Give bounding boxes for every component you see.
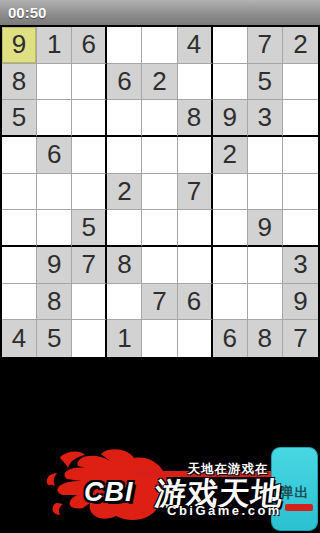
cell-r1c8[interactable]: 7 (248, 27, 283, 64)
cell-r7c8[interactable] (248, 247, 283, 284)
status-bar: 00:50 (0, 0, 320, 25)
cell-r7c6[interactable] (178, 247, 213, 284)
cell-r7c9[interactable]: 3 (283, 247, 318, 284)
timer-text: 00:50 (8, 4, 46, 21)
cell-r6c6[interactable] (178, 210, 213, 247)
cell-r9c7[interactable]: 6 (213, 320, 248, 357)
cell-r3c6[interactable]: 8 (178, 100, 213, 137)
cell-r8c6[interactable]: 6 (178, 284, 213, 321)
cell-r4c9[interactable] (283, 137, 318, 174)
ad-url: CbiGame.com (167, 503, 282, 518)
cell-r1c3[interactable]: 6 (72, 27, 107, 64)
cell-r7c4[interactable]: 8 (107, 247, 142, 284)
cell-r1c4[interactable] (107, 27, 142, 64)
cell-r1c2[interactable]: 1 (37, 27, 72, 64)
cell-r6c7[interactable] (213, 210, 248, 247)
cell-r8c8[interactable] (248, 284, 283, 321)
cell-r5c4[interactable]: 2 (107, 174, 142, 211)
cell-r4c3[interactable] (72, 137, 107, 174)
sudoku-board: 9164728625589362275997838769451687 (0, 25, 320, 359)
cell-r9c6[interactable] (178, 320, 213, 357)
cell-r3c1[interactable]: 5 (2, 100, 37, 137)
cell-r9c4[interactable]: 1 (107, 320, 142, 357)
cell-r7c1[interactable] (2, 247, 37, 284)
cell-r5c3[interactable] (72, 174, 107, 211)
cell-r8c2[interactable]: 8 (37, 284, 72, 321)
cell-r1c5[interactable] (142, 27, 177, 64)
cell-r9c3[interactable] (72, 320, 107, 357)
cell-r2c5[interactable]: 2 (142, 64, 177, 101)
cell-r7c2[interactable]: 9 (37, 247, 72, 284)
cell-r3c7[interactable]: 9 (213, 100, 248, 137)
cell-r9c2[interactable]: 5 (37, 320, 72, 357)
cell-r2c8[interactable]: 5 (248, 64, 283, 101)
cell-r3c4[interactable] (107, 100, 142, 137)
cell-r7c3[interactable]: 7 (72, 247, 107, 284)
cell-r7c7[interactable] (213, 247, 248, 284)
cell-r7c5[interactable] (142, 247, 177, 284)
cell-r6c5[interactable] (142, 210, 177, 247)
cell-r9c8[interactable]: 8 (248, 320, 283, 357)
cell-r2c2[interactable] (37, 64, 72, 101)
cell-r4c8[interactable] (248, 137, 283, 174)
cell-r8c1[interactable] (2, 284, 37, 321)
cell-r6c9[interactable] (283, 210, 318, 247)
cell-r3c9[interactable] (283, 100, 318, 137)
cell-r2c9[interactable] (283, 64, 318, 101)
cell-r8c9[interactable]: 9 (283, 284, 318, 321)
cell-r4c6[interactable] (178, 137, 213, 174)
cell-r1c1[interactable]: 9 (2, 27, 37, 64)
cell-r2c3[interactable] (72, 64, 107, 101)
cell-r1c7[interactable] (213, 27, 248, 64)
cell-r3c3[interactable] (72, 100, 107, 137)
cell-r1c6[interactable]: 4 (178, 27, 213, 64)
cbi-logo-text: CBI (84, 477, 134, 508)
cell-r8c5[interactable]: 7 (142, 284, 177, 321)
cell-r2c7[interactable] (213, 64, 248, 101)
cell-r6c1[interactable] (2, 210, 37, 247)
cell-r4c7[interactable]: 2 (213, 137, 248, 174)
cell-r5c6[interactable]: 7 (178, 174, 213, 211)
cell-r5c8[interactable] (248, 174, 283, 211)
cell-r6c2[interactable] (37, 210, 72, 247)
cell-r4c4[interactable] (107, 137, 142, 174)
cell-r8c3[interactable] (72, 284, 107, 321)
cell-r2c6[interactable] (178, 64, 213, 101)
ad-banner[interactable]: CBI 天地在游戏在 游戏天地 CbiGame.com 弹出 (0, 441, 320, 533)
cell-r4c1[interactable] (2, 137, 37, 174)
cell-r8c7[interactable] (213, 284, 248, 321)
cell-r6c3[interactable]: 5 (72, 210, 107, 247)
cell-r9c5[interactable] (142, 320, 177, 357)
cell-r6c4[interactable] (107, 210, 142, 247)
cell-r4c2[interactable]: 6 (37, 137, 72, 174)
cell-r4c5[interactable] (142, 137, 177, 174)
cell-r9c9[interactable]: 7 (283, 320, 318, 357)
cell-r5c5[interactable] (142, 174, 177, 211)
cell-r5c2[interactable] (37, 174, 72, 211)
cell-r5c9[interactable] (283, 174, 318, 211)
cell-r3c2[interactable] (37, 100, 72, 137)
cell-r3c8[interactable]: 3 (248, 100, 283, 137)
cell-r1c9[interactable]: 2 (283, 27, 318, 64)
ad-underline (285, 504, 313, 511)
app-screen: 00:50 9164728625589362275997838769451687… (0, 0, 320, 533)
cell-r9c1[interactable]: 4 (2, 320, 37, 357)
cell-r2c4[interactable]: 6 (107, 64, 142, 101)
cell-r5c1[interactable] (2, 174, 37, 211)
cell-r8c4[interactable] (107, 284, 142, 321)
cell-r5c7[interactable] (213, 174, 248, 211)
cell-r3c5[interactable] (142, 100, 177, 137)
cell-r6c8[interactable]: 9 (248, 210, 283, 247)
cell-r2c1[interactable]: 8 (2, 64, 37, 101)
